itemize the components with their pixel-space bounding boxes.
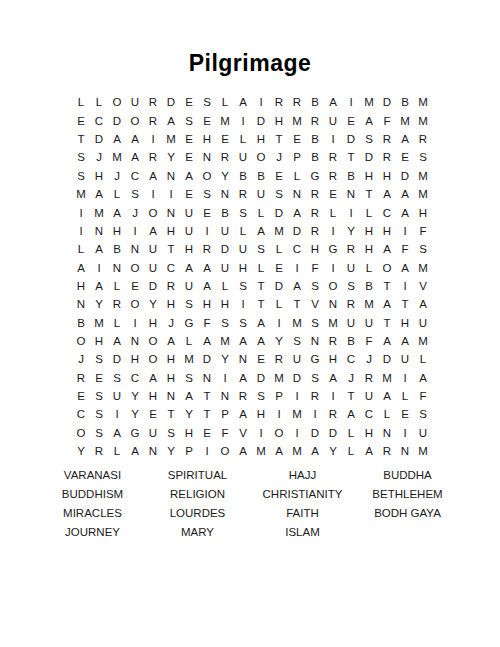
grid-cell[interactable]: R [342,296,360,314]
grid-cell[interactable]: M [360,296,378,314]
grid-cell[interactable]: C [90,112,108,130]
grid-cell[interactable]: L [108,443,126,461]
grid-cell[interactable]: A [360,112,378,130]
grid-cell[interactable]: N [162,167,180,185]
grid-cell[interactable]: I [288,388,306,406]
grid-cell[interactable]: I [252,94,270,112]
grid-cell[interactable]: R [306,186,324,204]
grid-cell[interactable]: H [396,314,414,332]
grid-cell[interactable]: N [198,369,216,387]
grid-cell[interactable]: L [234,222,252,240]
grid-cell[interactable]: A [90,241,108,259]
grid-cell[interactable]: H [360,167,378,185]
grid-cell[interactable]: U [342,314,360,332]
grid-cell[interactable]: M [252,443,270,461]
grid-cell[interactable]: R [378,149,396,167]
grid-cell[interactable]: S [216,314,234,332]
grid-cell[interactable]: S [108,369,126,387]
grid-cell[interactable]: E [126,278,144,296]
grid-cell[interactable]: M [396,112,414,130]
grid-cell[interactable]: R [270,94,288,112]
grid-cell[interactable]: H [108,222,126,240]
grid-cell[interactable]: U [234,241,252,259]
grid-cell[interactable]: R [414,131,432,149]
grid-cell[interactable]: I [126,222,144,240]
grid-cell[interactable]: F [216,424,234,442]
grid-cell[interactable]: J [72,351,90,369]
grid-cell[interactable]: H [162,222,180,240]
grid-cell[interactable]: A [180,388,198,406]
grid-cell[interactable]: N [324,296,342,314]
grid-cell[interactable]: N [306,333,324,351]
grid-cell[interactable]: A [180,259,198,277]
grid-cell[interactable]: A [306,443,324,461]
grid-cell[interactable]: B [360,278,378,296]
grid-cell[interactable]: Y [144,296,162,314]
grid-cell[interactable]: U [144,424,162,442]
grid-cell[interactable]: M [216,333,234,351]
grid-cell[interactable]: I [396,278,414,296]
grid-cell[interactable]: M [288,314,306,332]
grid-cell[interactable]: M [414,443,432,461]
grid-cell[interactable]: L [270,241,288,259]
grid-cell[interactable]: S [90,406,108,424]
grid-cell[interactable]: P [288,149,306,167]
grid-cell[interactable]: I [288,259,306,277]
grid-cell[interactable]: L [72,94,90,112]
grid-cell[interactable]: U [360,314,378,332]
grid-cell[interactable]: T [252,296,270,314]
grid-cell[interactable]: T [198,406,216,424]
grid-cell[interactable]: M [288,112,306,130]
grid-cell[interactable]: M [414,259,432,277]
grid-cell[interactable]: H [180,424,198,442]
grid-cell[interactable]: C [162,259,180,277]
grid-cell[interactable]: I [126,314,144,332]
grid-cell[interactable]: O [252,149,270,167]
grid-cell[interactable]: H [360,241,378,259]
grid-cell[interactable]: B [342,333,360,351]
grid-cell[interactable]: E [72,112,90,130]
grid-cell[interactable]: D [288,369,306,387]
grid-cell[interactable]: A [378,186,396,204]
grid-cell[interactable]: H [198,296,216,314]
grid-cell[interactable]: U [342,259,360,277]
grid-cell[interactable]: A [108,424,126,442]
grid-cell[interactable]: A [234,406,252,424]
grid-cell[interactable]: N [396,443,414,461]
grid-cell[interactable]: M [414,167,432,185]
grid-cell[interactable]: N [126,241,144,259]
grid-cell[interactable]: L [180,333,198,351]
grid-cell[interactable]: D [90,131,108,149]
grid-cell[interactable]: R [234,186,252,204]
grid-cell[interactable]: S [414,406,432,424]
grid-cell[interactable]: D [108,351,126,369]
grid-cell[interactable]: B [396,94,414,112]
grid-cell[interactable]: A [378,388,396,406]
grid-cell[interactable]: L [396,388,414,406]
grid-cell[interactable]: E [270,259,288,277]
grid-cell[interactable]: N [126,333,144,351]
grid-cell[interactable]: I [234,112,252,130]
grid-cell[interactable]: S [180,112,198,130]
grid-cell[interactable]: H [378,167,396,185]
grid-cell[interactable]: N [90,222,108,240]
grid-cell[interactable]: D [216,241,234,259]
grid-cell[interactable]: U [234,149,252,167]
grid-cell[interactable]: D [252,112,270,130]
grid-cell[interactable]: I [342,94,360,112]
grid-cell[interactable]: E [324,186,342,204]
grid-cell[interactable]: L [324,204,342,222]
grid-cell[interactable]: O [324,278,342,296]
grid-cell[interactable]: E [180,131,198,149]
grid-cell[interactable]: N [162,388,180,406]
grid-cell[interactable]: R [144,149,162,167]
grid-cell[interactable]: S [360,131,378,149]
grid-cell[interactable]: U [216,222,234,240]
grid-cell[interactable]: J [360,351,378,369]
grid-cell[interactable]: M [270,222,288,240]
grid-cell[interactable]: R [324,406,342,424]
grid-cell[interactable]: F [306,259,324,277]
grid-cell[interactable]: I [342,204,360,222]
grid-cell[interactable]: E [180,149,198,167]
grid-cell[interactable]: T [342,149,360,167]
grid-cell[interactable]: U [216,259,234,277]
grid-cell[interactable]: R [378,131,396,149]
grid-cell[interactable]: L [360,259,378,277]
grid-cell[interactable]: S [90,388,108,406]
grid-cell[interactable]: Y [216,351,234,369]
grid-cell[interactable]: A [126,149,144,167]
grid-cell[interactable]: N [342,186,360,204]
grid-cell[interactable]: U [360,388,378,406]
grid-cell[interactable]: A [234,369,252,387]
grid-cell[interactable]: D [270,278,288,296]
grid-cell[interactable]: H [360,222,378,240]
grid-cell[interactable]: H [144,388,162,406]
grid-cell[interactable]: S [90,424,108,442]
grid-cell[interactable]: A [234,443,252,461]
grid-cell[interactable]: B [108,241,126,259]
grid-cell[interactable]: N [72,296,90,314]
grid-cell[interactable]: A [396,259,414,277]
grid-cell[interactable]: I [72,222,90,240]
grid-cell[interactable]: F [378,112,396,130]
grid-cell[interactable]: L [270,296,288,314]
grid-cell[interactable]: J [270,149,288,167]
grid-cell[interactable]: H [198,131,216,149]
grid-cell[interactable]: G [306,351,324,369]
grid-cell[interactable]: H [378,222,396,240]
grid-cell[interactable]: T [360,186,378,204]
grid-cell[interactable]: B [234,167,252,185]
grid-cell[interactable]: U [288,351,306,369]
grid-cell[interactable]: D [306,424,324,442]
grid-cell[interactable]: H [216,296,234,314]
grid-cell[interactable]: T [288,296,306,314]
grid-cell[interactable]: H [306,241,324,259]
grid-cell[interactable]: U [396,351,414,369]
grid-cell[interactable]: A [72,259,90,277]
grid-cell[interactable]: E [144,406,162,424]
grid-cell[interactable]: D [144,278,162,296]
grid-cell[interactable]: M [108,149,126,167]
grid-cell[interactable]: I [162,186,180,204]
grid-cell[interactable]: L [108,278,126,296]
grid-cell[interactable]: D [378,94,396,112]
grid-cell[interactable]: D [108,112,126,130]
grid-cell[interactable]: M [162,131,180,149]
grid-cell[interactable]: A [90,186,108,204]
grid-cell[interactable]: A [252,314,270,332]
grid-cell[interactable]: B [306,94,324,112]
grid-cell[interactable]: B [306,149,324,167]
grid-cell[interactable]: S [306,369,324,387]
grid-cell[interactable]: T [378,278,396,296]
grid-cell[interactable]: T [252,278,270,296]
grid-cell[interactable]: L [378,406,396,424]
grid-cell[interactable]: A [252,222,270,240]
grid-cell[interactable]: R [198,241,216,259]
grid-cell[interactable]: E [180,186,198,204]
grid-cell[interactable]: D [396,167,414,185]
grid-cell[interactable]: M [216,112,234,130]
grid-cell[interactable]: S [198,186,216,204]
grid-cell[interactable]: N [198,149,216,167]
grid-cell[interactable]: S [72,149,90,167]
grid-cell[interactable]: L [234,131,252,149]
grid-cell[interactable]: F [414,222,432,240]
grid-cell[interactable]: L [108,186,126,204]
grid-cell[interactable]: F [198,314,216,332]
grid-cell[interactable]: M [180,351,198,369]
grid-cell[interactable]: E [198,204,216,222]
grid-cell[interactable]: C [360,406,378,424]
grid-cell[interactable]: A [126,131,144,149]
grid-cell[interactable]: F [396,241,414,259]
grid-cell[interactable]: N [216,186,234,204]
grid-cell[interactable]: A [414,369,432,387]
grid-cell[interactable]: A [162,112,180,130]
grid-cell[interactable]: I [216,369,234,387]
grid-cell[interactable]: Y [126,406,144,424]
grid-cell[interactable]: R [234,388,252,406]
grid-cell[interactable]: U [324,112,342,130]
grid-cell[interactable]: I [306,406,324,424]
grid-cell[interactable]: U [414,424,432,442]
grid-cell[interactable]: A [144,167,162,185]
grid-cell[interactable]: A [378,241,396,259]
grid-cell[interactable]: N [162,204,180,222]
grid-cell[interactable]: N [288,186,306,204]
grid-cell[interactable]: S [180,369,198,387]
grid-cell[interactable]: M [414,333,432,351]
grid-cell[interactable]: I [108,406,126,424]
grid-cell[interactable]: A [198,333,216,351]
grid-cell[interactable]: E [342,112,360,130]
grid-cell[interactable]: H [90,333,108,351]
grid-cell[interactable]: A [288,278,306,296]
grid-cell[interactable]: D [360,149,378,167]
grid-cell[interactable]: R [108,296,126,314]
grid-cell[interactable]: I [324,388,342,406]
grid-cell[interactable]: H [162,369,180,387]
grid-cell[interactable]: S [198,94,216,112]
grid-cell[interactable]: H [234,259,252,277]
grid-cell[interactable]: L [414,351,432,369]
grid-cell[interactable]: N [144,443,162,461]
grid-cell[interactable]: L [252,204,270,222]
grid-cell[interactable]: M [270,369,288,387]
grid-cell[interactable]: H [90,167,108,185]
grid-cell[interactable]: I [144,131,162,149]
grid-cell[interactable]: S [234,278,252,296]
grid-cell[interactable]: L [216,94,234,112]
grid-cell[interactable]: P [180,443,198,461]
grid-cell[interactable]: T [342,388,360,406]
grid-cell[interactable]: L [216,278,234,296]
grid-cell[interactable]: Y [270,333,288,351]
grid-cell[interactable]: H [180,241,198,259]
grid-cell[interactable]: E [396,149,414,167]
grid-cell[interactable]: G [324,241,342,259]
grid-cell[interactable]: P [216,406,234,424]
grid-cell[interactable]: I [252,424,270,442]
grid-cell[interactable]: V [234,424,252,442]
grid-cell[interactable]: C [342,351,360,369]
grid-cell[interactable]: I [72,204,90,222]
grid-cell[interactable]: L [108,314,126,332]
grid-cell[interactable]: E [396,406,414,424]
grid-cell[interactable]: C [378,204,396,222]
grid-cell[interactable]: S [306,278,324,296]
grid-cell[interactable]: R [306,388,324,406]
grid-cell[interactable]: O [270,424,288,442]
grid-cell[interactable]: H [360,424,378,442]
grid-cell[interactable]: R [72,369,90,387]
grid-cell[interactable]: S [252,241,270,259]
grid-cell[interactable]: Y [180,406,198,424]
grid-cell[interactable]: E [72,388,90,406]
grid-cell[interactable]: Y [324,443,342,461]
grid-cell[interactable]: M [288,443,306,461]
grid-cell[interactable]: M [414,186,432,204]
grid-cell[interactable]: A [396,204,414,222]
grid-cell[interactable]: R [90,443,108,461]
grid-cell[interactable]: H [324,351,342,369]
grid-cell[interactable]: T [270,131,288,149]
grid-cell[interactable]: O [198,167,216,185]
grid-cell[interactable]: R [360,369,378,387]
grid-cell[interactable]: Y [162,443,180,461]
grid-cell[interactable]: J [90,149,108,167]
grid-cell[interactable]: U [144,259,162,277]
grid-cell[interactable]: L [90,94,108,112]
grid-cell[interactable]: A [414,296,432,314]
grid-cell[interactable]: A [252,333,270,351]
grid-cell[interactable]: U [252,186,270,204]
grid-cell[interactable]: S [126,186,144,204]
grid-cell[interactable]: U [180,204,198,222]
grid-cell[interactable]: A [324,369,342,387]
grid-cell[interactable]: A [360,443,378,461]
grid-cell[interactable]: S [414,241,432,259]
grid-cell[interactable]: A [126,443,144,461]
grid-cell[interactable]: D [378,351,396,369]
grid-cell[interactable]: F [414,388,432,406]
grid-cell[interactable]: A [378,296,396,314]
grid-cell[interactable]: Y [162,149,180,167]
grid-cell[interactable]: L [252,259,270,277]
grid-cell[interactable]: A [144,222,162,240]
grid-cell[interactable]: E [198,424,216,442]
grid-cell[interactable]: Y [216,167,234,185]
grid-cell[interactable]: M [414,94,432,112]
grid-cell[interactable]: J [162,314,180,332]
grid-cell[interactable]: O [144,333,162,351]
grid-cell[interactable]: M [360,94,378,112]
grid-cell[interactable]: Y [126,388,144,406]
grid-cell[interactable]: O [378,259,396,277]
grid-cell[interactable]: A [198,278,216,296]
grid-cell[interactable]: L [288,167,306,185]
grid-cell[interactable]: E [252,351,270,369]
grid-cell[interactable]: I [396,424,414,442]
grid-cell[interactable]: G [306,167,324,185]
grid-cell[interactable]: R [270,351,288,369]
grid-cell[interactable]: B [306,131,324,149]
grid-cell[interactable]: O [108,94,126,112]
grid-cell[interactable]: H [252,131,270,149]
grid-cell[interactable]: A [180,167,198,185]
grid-cell[interactable]: L [360,204,378,222]
grid-cell[interactable]: M [72,186,90,204]
grid-cell[interactable]: L [72,241,90,259]
grid-cell[interactable]: A [342,406,360,424]
grid-cell[interactable]: B [216,204,234,222]
grid-cell[interactable]: A [396,131,414,149]
grid-cell[interactable]: U [144,241,162,259]
grid-cell[interactable]: U [180,278,198,296]
grid-cell[interactable]: I [324,259,342,277]
grid-cell[interactable]: I [270,406,288,424]
grid-cell[interactable]: H [72,278,90,296]
grid-cell[interactable]: A [90,278,108,296]
grid-cell[interactable]: R [144,112,162,130]
grid-cell[interactable]: T [378,314,396,332]
grid-cell[interactable]: O [126,112,144,130]
grid-cell[interactable]: N [234,351,252,369]
grid-cell[interactable]: R [324,167,342,185]
grid-cell[interactable]: P [270,388,288,406]
grid-cell[interactable]: U [414,314,432,332]
grid-cell[interactable]: T [162,406,180,424]
grid-cell[interactable]: J [342,369,360,387]
grid-cell[interactable]: D [342,131,360,149]
grid-cell[interactable]: S [234,204,252,222]
grid-cell[interactable]: O [144,351,162,369]
grid-cell[interactable]: T [72,131,90,149]
grid-cell[interactable]: R [378,443,396,461]
grid-cell[interactable]: M [90,204,108,222]
grid-cell[interactable]: E [180,94,198,112]
grid-cell[interactable]: R [306,222,324,240]
grid-cell[interactable]: I [288,424,306,442]
grid-cell[interactable]: T [198,388,216,406]
